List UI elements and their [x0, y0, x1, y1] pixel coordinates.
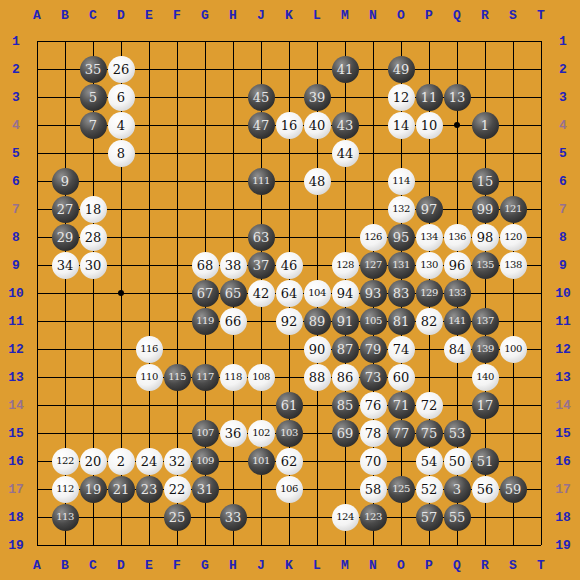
- intersection-R6[interactable]: 15: [471, 167, 499, 195]
- intersection-M19[interactable]: [331, 531, 359, 559]
- intersection-M17[interactable]: [331, 475, 359, 503]
- intersection-B11[interactable]: [51, 307, 79, 335]
- intersection-J2[interactable]: [247, 55, 275, 83]
- intersection-D18[interactable]: [107, 503, 135, 531]
- intersection-G15[interactable]: 107: [191, 419, 219, 447]
- intersection-P5[interactable]: [415, 139, 443, 167]
- intersection-J14[interactable]: [247, 391, 275, 419]
- intersection-O10[interactable]: 83: [387, 279, 415, 307]
- intersection-P19[interactable]: [415, 531, 443, 559]
- intersection-C8[interactable]: 28: [79, 223, 107, 251]
- intersection-O8[interactable]: 95: [387, 223, 415, 251]
- intersection-R11[interactable]: 137: [471, 307, 499, 335]
- intersection-O1[interactable]: [387, 27, 415, 55]
- intersection-T8[interactable]: [527, 223, 555, 251]
- intersection-T6[interactable]: [527, 167, 555, 195]
- intersection-D19[interactable]: [107, 531, 135, 559]
- intersection-M13[interactable]: 86: [331, 363, 359, 391]
- intersection-P14[interactable]: 72: [415, 391, 443, 419]
- intersection-T19[interactable]: [527, 531, 555, 559]
- intersection-O19[interactable]: [387, 531, 415, 559]
- intersection-E3[interactable]: [135, 83, 163, 111]
- intersection-O11[interactable]: 81: [387, 307, 415, 335]
- intersection-B15[interactable]: [51, 419, 79, 447]
- intersection-D9[interactable]: [107, 251, 135, 279]
- intersection-O7[interactable]: 132: [387, 195, 415, 223]
- intersection-K10[interactable]: 64: [275, 279, 303, 307]
- go-board-grid[interactable]: 3526414956453912111374471640431410184491…: [23, 27, 555, 559]
- intersection-L1[interactable]: [303, 27, 331, 55]
- intersection-J1[interactable]: [247, 27, 275, 55]
- intersection-T10[interactable]: [527, 279, 555, 307]
- intersection-J5[interactable]: [247, 139, 275, 167]
- intersection-R8[interactable]: 98: [471, 223, 499, 251]
- intersection-D10[interactable]: [107, 279, 135, 307]
- intersection-E8[interactable]: [135, 223, 163, 251]
- intersection-B2[interactable]: [51, 55, 79, 83]
- intersection-H1[interactable]: [219, 27, 247, 55]
- intersection-B13[interactable]: [51, 363, 79, 391]
- intersection-Q6[interactable]: [443, 167, 471, 195]
- intersection-C1[interactable]: [79, 27, 107, 55]
- intersection-A9[interactable]: [23, 251, 51, 279]
- intersection-L8[interactable]: [303, 223, 331, 251]
- intersection-F10[interactable]: [163, 279, 191, 307]
- intersection-K2[interactable]: [275, 55, 303, 83]
- intersection-B4[interactable]: [51, 111, 79, 139]
- intersection-M11[interactable]: 91: [331, 307, 359, 335]
- intersection-Q10[interactable]: 133: [443, 279, 471, 307]
- intersection-O17[interactable]: 125: [387, 475, 415, 503]
- intersection-H12[interactable]: [219, 335, 247, 363]
- intersection-S7[interactable]: 121: [499, 195, 527, 223]
- intersection-E7[interactable]: [135, 195, 163, 223]
- intersection-J15[interactable]: 102: [247, 419, 275, 447]
- intersection-T4[interactable]: [527, 111, 555, 139]
- intersection-P11[interactable]: 82: [415, 307, 443, 335]
- intersection-G9[interactable]: 68: [191, 251, 219, 279]
- intersection-M18[interactable]: 124: [331, 503, 359, 531]
- intersection-M3[interactable]: [331, 83, 359, 111]
- intersection-R16[interactable]: 51: [471, 447, 499, 475]
- intersection-A14[interactable]: [23, 391, 51, 419]
- intersection-A7[interactable]: [23, 195, 51, 223]
- intersection-A4[interactable]: [23, 111, 51, 139]
- intersection-O16[interactable]: [387, 447, 415, 475]
- intersection-R17[interactable]: 56: [471, 475, 499, 503]
- intersection-B17[interactable]: 112: [51, 475, 79, 503]
- intersection-R10[interactable]: [471, 279, 499, 307]
- intersection-N19[interactable]: [359, 531, 387, 559]
- intersection-A19[interactable]: [23, 531, 51, 559]
- intersection-L4[interactable]: 40: [303, 111, 331, 139]
- intersection-G3[interactable]: [191, 83, 219, 111]
- intersection-S4[interactable]: [499, 111, 527, 139]
- intersection-J16[interactable]: 101: [247, 447, 275, 475]
- intersection-O9[interactable]: 131: [387, 251, 415, 279]
- intersection-O2[interactable]: 49: [387, 55, 415, 83]
- intersection-R3[interactable]: [471, 83, 499, 111]
- intersection-T18[interactable]: [527, 503, 555, 531]
- intersection-L11[interactable]: 89: [303, 307, 331, 335]
- intersection-R9[interactable]: 135: [471, 251, 499, 279]
- intersection-T11[interactable]: [527, 307, 555, 335]
- intersection-K9[interactable]: 46: [275, 251, 303, 279]
- intersection-G8[interactable]: [191, 223, 219, 251]
- intersection-T9[interactable]: [527, 251, 555, 279]
- intersection-N16[interactable]: 70: [359, 447, 387, 475]
- intersection-J4[interactable]: 47: [247, 111, 275, 139]
- intersection-H15[interactable]: 36: [219, 419, 247, 447]
- intersection-S9[interactable]: 138: [499, 251, 527, 279]
- intersection-M1[interactable]: [331, 27, 359, 55]
- intersection-C4[interactable]: 7: [79, 111, 107, 139]
- intersection-P17[interactable]: 52: [415, 475, 443, 503]
- intersection-O14[interactable]: 71: [387, 391, 415, 419]
- intersection-M6[interactable]: [331, 167, 359, 195]
- intersection-Q13[interactable]: [443, 363, 471, 391]
- intersection-L13[interactable]: 88: [303, 363, 331, 391]
- intersection-Q7[interactable]: [443, 195, 471, 223]
- intersection-T5[interactable]: [527, 139, 555, 167]
- intersection-L17[interactable]: [303, 475, 331, 503]
- intersection-A13[interactable]: [23, 363, 51, 391]
- intersection-F3[interactable]: [163, 83, 191, 111]
- intersection-D4[interactable]: 4: [107, 111, 135, 139]
- intersection-L5[interactable]: [303, 139, 331, 167]
- intersection-A1[interactable]: [23, 27, 51, 55]
- intersection-M5[interactable]: 44: [331, 139, 359, 167]
- intersection-B3[interactable]: [51, 83, 79, 111]
- intersection-Q11[interactable]: 141: [443, 307, 471, 335]
- intersection-D16[interactable]: 2: [107, 447, 135, 475]
- intersection-O3[interactable]: 12: [387, 83, 415, 111]
- intersection-N17[interactable]: 58: [359, 475, 387, 503]
- intersection-B14[interactable]: [51, 391, 79, 419]
- intersection-T16[interactable]: [527, 447, 555, 475]
- intersection-A8[interactable]: [23, 223, 51, 251]
- intersection-H5[interactable]: [219, 139, 247, 167]
- intersection-D5[interactable]: 8: [107, 139, 135, 167]
- intersection-C14[interactable]: [79, 391, 107, 419]
- intersection-T17[interactable]: [527, 475, 555, 503]
- intersection-G18[interactable]: [191, 503, 219, 531]
- intersection-F2[interactable]: [163, 55, 191, 83]
- intersection-G6[interactable]: [191, 167, 219, 195]
- intersection-F16[interactable]: 32: [163, 447, 191, 475]
- intersection-M2[interactable]: 41: [331, 55, 359, 83]
- intersection-B12[interactable]: [51, 335, 79, 363]
- intersection-H19[interactable]: [219, 531, 247, 559]
- intersection-L19[interactable]: [303, 531, 331, 559]
- intersection-F19[interactable]: [163, 531, 191, 559]
- intersection-K17[interactable]: 106: [275, 475, 303, 503]
- intersection-D6[interactable]: [107, 167, 135, 195]
- intersection-R12[interactable]: 139: [471, 335, 499, 363]
- intersection-E5[interactable]: [135, 139, 163, 167]
- intersection-Q3[interactable]: 13: [443, 83, 471, 111]
- intersection-N11[interactable]: 105: [359, 307, 387, 335]
- intersection-E4[interactable]: [135, 111, 163, 139]
- intersection-G13[interactable]: 117: [191, 363, 219, 391]
- intersection-C12[interactable]: [79, 335, 107, 363]
- intersection-S2[interactable]: [499, 55, 527, 83]
- intersection-M16[interactable]: [331, 447, 359, 475]
- intersection-O15[interactable]: 77: [387, 419, 415, 447]
- intersection-R19[interactable]: [471, 531, 499, 559]
- intersection-J17[interactable]: [247, 475, 275, 503]
- intersection-G1[interactable]: [191, 27, 219, 55]
- intersection-M4[interactable]: 43: [331, 111, 359, 139]
- intersection-K13[interactable]: [275, 363, 303, 391]
- intersection-E18[interactable]: [135, 503, 163, 531]
- intersection-B6[interactable]: 9: [51, 167, 79, 195]
- intersection-N3[interactable]: [359, 83, 387, 111]
- intersection-C10[interactable]: [79, 279, 107, 307]
- intersection-D14[interactable]: [107, 391, 135, 419]
- intersection-A16[interactable]: [23, 447, 51, 475]
- intersection-F13[interactable]: 115: [163, 363, 191, 391]
- intersection-Q2[interactable]: [443, 55, 471, 83]
- intersection-K1[interactable]: [275, 27, 303, 55]
- intersection-D2[interactable]: 26: [107, 55, 135, 83]
- intersection-F17[interactable]: 22: [163, 475, 191, 503]
- intersection-L10[interactable]: 104: [303, 279, 331, 307]
- intersection-K18[interactable]: [275, 503, 303, 531]
- intersection-P9[interactable]: 130: [415, 251, 443, 279]
- intersection-E1[interactable]: [135, 27, 163, 55]
- intersection-N8[interactable]: 126: [359, 223, 387, 251]
- intersection-K15[interactable]: 103: [275, 419, 303, 447]
- intersection-G2[interactable]: [191, 55, 219, 83]
- intersection-P7[interactable]: 97: [415, 195, 443, 223]
- intersection-A17[interactable]: [23, 475, 51, 503]
- intersection-H2[interactable]: [219, 55, 247, 83]
- intersection-C18[interactable]: [79, 503, 107, 531]
- intersection-S3[interactable]: [499, 83, 527, 111]
- intersection-K14[interactable]: 61: [275, 391, 303, 419]
- intersection-E19[interactable]: [135, 531, 163, 559]
- intersection-E10[interactable]: [135, 279, 163, 307]
- intersection-N9[interactable]: 127: [359, 251, 387, 279]
- intersection-K5[interactable]: [275, 139, 303, 167]
- intersection-S15[interactable]: [499, 419, 527, 447]
- intersection-C2[interactable]: 35: [79, 55, 107, 83]
- intersection-M14[interactable]: 85: [331, 391, 359, 419]
- intersection-M12[interactable]: 87: [331, 335, 359, 363]
- intersection-H16[interactable]: [219, 447, 247, 475]
- intersection-H18[interactable]: 33: [219, 503, 247, 531]
- intersection-H13[interactable]: 118: [219, 363, 247, 391]
- intersection-F4[interactable]: [163, 111, 191, 139]
- intersection-J10[interactable]: 42: [247, 279, 275, 307]
- intersection-D17[interactable]: 21: [107, 475, 135, 503]
- intersection-G11[interactable]: 119: [191, 307, 219, 335]
- intersection-L6[interactable]: 48: [303, 167, 331, 195]
- intersection-F9[interactable]: [163, 251, 191, 279]
- intersection-N4[interactable]: [359, 111, 387, 139]
- intersection-S14[interactable]: [499, 391, 527, 419]
- intersection-D8[interactable]: [107, 223, 135, 251]
- intersection-E11[interactable]: [135, 307, 163, 335]
- intersection-K3[interactable]: [275, 83, 303, 111]
- intersection-S19[interactable]: [499, 531, 527, 559]
- intersection-H6[interactable]: [219, 167, 247, 195]
- intersection-L16[interactable]: [303, 447, 331, 475]
- intersection-S12[interactable]: 100: [499, 335, 527, 363]
- intersection-P1[interactable]: [415, 27, 443, 55]
- intersection-H14[interactable]: [219, 391, 247, 419]
- intersection-R4[interactable]: 1: [471, 111, 499, 139]
- intersection-B10[interactable]: [51, 279, 79, 307]
- intersection-F5[interactable]: [163, 139, 191, 167]
- intersection-N10[interactable]: 93: [359, 279, 387, 307]
- intersection-C3[interactable]: 5: [79, 83, 107, 111]
- intersection-R13[interactable]: 140: [471, 363, 499, 391]
- intersection-A15[interactable]: [23, 419, 51, 447]
- intersection-O13[interactable]: 60: [387, 363, 415, 391]
- intersection-B5[interactable]: [51, 139, 79, 167]
- intersection-J6[interactable]: 111: [247, 167, 275, 195]
- intersection-N5[interactable]: [359, 139, 387, 167]
- intersection-Q8[interactable]: 136: [443, 223, 471, 251]
- intersection-J3[interactable]: 45: [247, 83, 275, 111]
- intersection-N13[interactable]: 73: [359, 363, 387, 391]
- intersection-F6[interactable]: [163, 167, 191, 195]
- intersection-N2[interactable]: [359, 55, 387, 83]
- intersection-M10[interactable]: 94: [331, 279, 359, 307]
- intersection-S8[interactable]: 120: [499, 223, 527, 251]
- intersection-E17[interactable]: 23: [135, 475, 163, 503]
- intersection-R5[interactable]: [471, 139, 499, 167]
- intersection-B18[interactable]: 113: [51, 503, 79, 531]
- intersection-R14[interactable]: 17: [471, 391, 499, 419]
- intersection-A2[interactable]: [23, 55, 51, 83]
- intersection-P3[interactable]: 11: [415, 83, 443, 111]
- intersection-F7[interactable]: [163, 195, 191, 223]
- intersection-P12[interactable]: [415, 335, 443, 363]
- intersection-Q17[interactable]: 3: [443, 475, 471, 503]
- intersection-A11[interactable]: [23, 307, 51, 335]
- intersection-A18[interactable]: [23, 503, 51, 531]
- intersection-G19[interactable]: [191, 531, 219, 559]
- intersection-A10[interactable]: [23, 279, 51, 307]
- intersection-A3[interactable]: [23, 83, 51, 111]
- intersection-A5[interactable]: [23, 139, 51, 167]
- intersection-E15[interactable]: [135, 419, 163, 447]
- intersection-Q12[interactable]: 84: [443, 335, 471, 363]
- intersection-C15[interactable]: [79, 419, 107, 447]
- intersection-H10[interactable]: 65: [219, 279, 247, 307]
- intersection-B16[interactable]: 122: [51, 447, 79, 475]
- intersection-N18[interactable]: 123: [359, 503, 387, 531]
- intersection-J13[interactable]: 108: [247, 363, 275, 391]
- intersection-C16[interactable]: 20: [79, 447, 107, 475]
- intersection-N7[interactable]: [359, 195, 387, 223]
- intersection-H11[interactable]: 66: [219, 307, 247, 335]
- intersection-L14[interactable]: [303, 391, 331, 419]
- intersection-B9[interactable]: 34: [51, 251, 79, 279]
- intersection-S16[interactable]: [499, 447, 527, 475]
- intersection-O12[interactable]: 74: [387, 335, 415, 363]
- intersection-H7[interactable]: [219, 195, 247, 223]
- intersection-Q16[interactable]: 50: [443, 447, 471, 475]
- intersection-N1[interactable]: [359, 27, 387, 55]
- intersection-K19[interactable]: [275, 531, 303, 559]
- intersection-G14[interactable]: [191, 391, 219, 419]
- intersection-N14[interactable]: 76: [359, 391, 387, 419]
- intersection-Q1[interactable]: [443, 27, 471, 55]
- intersection-S17[interactable]: 59: [499, 475, 527, 503]
- intersection-C19[interactable]: [79, 531, 107, 559]
- intersection-B8[interactable]: 29: [51, 223, 79, 251]
- intersection-E2[interactable]: [135, 55, 163, 83]
- intersection-L15[interactable]: [303, 419, 331, 447]
- intersection-B1[interactable]: [51, 27, 79, 55]
- intersection-K16[interactable]: 62: [275, 447, 303, 475]
- intersection-D3[interactable]: 6: [107, 83, 135, 111]
- intersection-C13[interactable]: [79, 363, 107, 391]
- intersection-P8[interactable]: 134: [415, 223, 443, 251]
- intersection-E13[interactable]: 110: [135, 363, 163, 391]
- intersection-G12[interactable]: [191, 335, 219, 363]
- intersection-P4[interactable]: 10: [415, 111, 443, 139]
- intersection-F12[interactable]: [163, 335, 191, 363]
- intersection-B7[interactable]: 27: [51, 195, 79, 223]
- intersection-P2[interactable]: [415, 55, 443, 83]
- intersection-L9[interactable]: [303, 251, 331, 279]
- intersection-F18[interactable]: 25: [163, 503, 191, 531]
- intersection-E6[interactable]: [135, 167, 163, 195]
- intersection-Q4[interactable]: [443, 111, 471, 139]
- intersection-J8[interactable]: 63: [247, 223, 275, 251]
- intersection-C11[interactable]: [79, 307, 107, 335]
- intersection-A12[interactable]: [23, 335, 51, 363]
- intersection-H4[interactable]: [219, 111, 247, 139]
- intersection-M7[interactable]: [331, 195, 359, 223]
- intersection-L18[interactable]: [303, 503, 331, 531]
- intersection-S13[interactable]: [499, 363, 527, 391]
- intersection-T2[interactable]: [527, 55, 555, 83]
- intersection-C5[interactable]: [79, 139, 107, 167]
- intersection-O6[interactable]: 114: [387, 167, 415, 195]
- intersection-B19[interactable]: [51, 531, 79, 559]
- intersection-P6[interactable]: [415, 167, 443, 195]
- intersection-N15[interactable]: 78: [359, 419, 387, 447]
- intersection-P18[interactable]: 57: [415, 503, 443, 531]
- intersection-P15[interactable]: 75: [415, 419, 443, 447]
- intersection-T7[interactable]: [527, 195, 555, 223]
- intersection-G17[interactable]: 31: [191, 475, 219, 503]
- intersection-G4[interactable]: [191, 111, 219, 139]
- intersection-F1[interactable]: [163, 27, 191, 55]
- intersection-D13[interactable]: [107, 363, 135, 391]
- intersection-J9[interactable]: 37: [247, 251, 275, 279]
- intersection-G10[interactable]: 67: [191, 279, 219, 307]
- intersection-M8[interactable]: [331, 223, 359, 251]
- intersection-S11[interactable]: [499, 307, 527, 335]
- intersection-T1[interactable]: [527, 27, 555, 55]
- intersection-K6[interactable]: [275, 167, 303, 195]
- intersection-D15[interactable]: [107, 419, 135, 447]
- intersection-D11[interactable]: [107, 307, 135, 335]
- intersection-D7[interactable]: [107, 195, 135, 223]
- intersection-J11[interactable]: [247, 307, 275, 335]
- intersection-M15[interactable]: 69: [331, 419, 359, 447]
- intersection-P16[interactable]: 54: [415, 447, 443, 475]
- intersection-K4[interactable]: 16: [275, 111, 303, 139]
- intersection-Q9[interactable]: 96: [443, 251, 471, 279]
